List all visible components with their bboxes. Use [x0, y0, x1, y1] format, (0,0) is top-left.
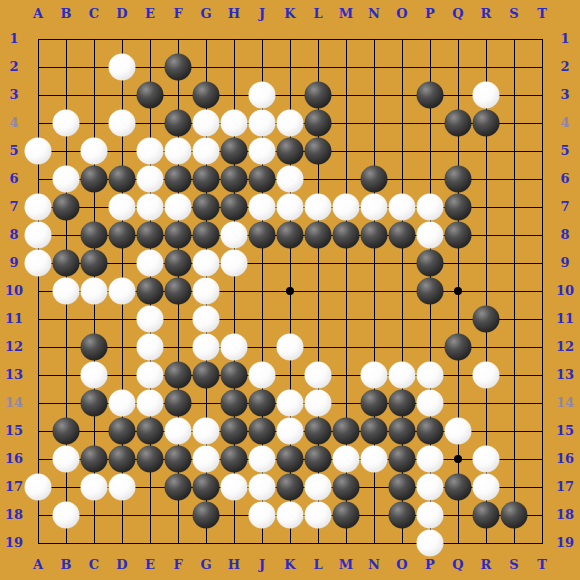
col-label-top-L: L: [313, 7, 322, 21]
white-stone: [25, 474, 52, 501]
black-stone: [417, 418, 444, 445]
row-label-left-9: 9: [9, 256, 18, 270]
col-label-top-B: B: [61, 7, 72, 21]
black-stone: [193, 82, 220, 109]
black-stone: [389, 474, 416, 501]
row-label-left-10: 10: [5, 284, 23, 298]
row-label-right-16: 16: [556, 452, 574, 466]
black-stone: [333, 474, 360, 501]
black-stone: [417, 278, 444, 305]
white-stone: [249, 474, 276, 501]
col-label-top-H: H: [228, 7, 240, 21]
white-stone: [277, 418, 304, 445]
black-stone: [81, 334, 108, 361]
black-stone: [221, 138, 248, 165]
black-stone: [473, 306, 500, 333]
white-stone: [417, 362, 444, 389]
white-stone: [81, 138, 108, 165]
black-stone: [53, 418, 80, 445]
col-label-top-P: P: [425, 7, 435, 21]
black-stone: [109, 446, 136, 473]
row-label-left-18: 18: [5, 508, 23, 522]
white-stone: [109, 278, 136, 305]
white-stone: [389, 194, 416, 221]
white-stone: [277, 390, 304, 417]
row-label-right-5: 5: [560, 144, 569, 158]
white-stone: [53, 110, 80, 137]
white-stone: [333, 446, 360, 473]
black-stone: [473, 502, 500, 529]
white-stone: [193, 334, 220, 361]
white-stone: [473, 446, 500, 473]
white-stone: [53, 502, 80, 529]
white-stone: [53, 166, 80, 193]
row-label-left-19: 19: [5, 536, 23, 550]
col-label-top-S: S: [509, 7, 518, 21]
black-stone: [165, 446, 192, 473]
col-label-bottom-O: O: [396, 558, 407, 572]
white-stone: [361, 194, 388, 221]
white-stone: [361, 362, 388, 389]
col-label-bottom-H: H: [228, 558, 240, 572]
col-label-bottom-G: G: [200, 558, 211, 572]
row-label-right-6: 6: [560, 172, 569, 186]
black-stone: [193, 194, 220, 221]
black-stone: [389, 418, 416, 445]
row-label-right-8: 8: [560, 228, 569, 242]
black-stone: [305, 446, 332, 473]
black-stone: [81, 390, 108, 417]
row-label-right-2: 2: [560, 60, 569, 74]
black-stone: [249, 222, 276, 249]
row-label-left-11: 11: [5, 312, 23, 326]
white-stone: [417, 446, 444, 473]
col-label-bottom-R: R: [481, 558, 492, 572]
black-stone: [193, 474, 220, 501]
row-label-left-1: 1: [9, 32, 18, 46]
black-stone: [221, 194, 248, 221]
white-stone: [305, 362, 332, 389]
white-stone: [137, 390, 164, 417]
col-label-bottom-S: S: [509, 558, 518, 572]
black-stone: [389, 502, 416, 529]
row-label-left-2: 2: [9, 60, 18, 74]
col-label-top-T: T: [537, 7, 547, 21]
white-stone: [25, 222, 52, 249]
row-label-right-7: 7: [560, 200, 569, 214]
white-stone: [193, 278, 220, 305]
col-label-top-M: M: [339, 7, 353, 21]
col-label-bottom-K: K: [284, 558, 295, 572]
white-stone: [193, 306, 220, 333]
black-stone: [165, 362, 192, 389]
black-stone: [109, 222, 136, 249]
col-label-top-F: F: [173, 7, 182, 21]
row-label-left-3: 3: [9, 88, 18, 102]
black-stone: [249, 390, 276, 417]
black-stone: [305, 138, 332, 165]
row-label-right-13: 13: [556, 368, 574, 382]
white-stone: [81, 362, 108, 389]
row-label-left-5: 5: [9, 144, 18, 158]
white-stone: [221, 474, 248, 501]
white-stone: [249, 110, 276, 137]
black-stone: [221, 390, 248, 417]
col-label-top-Q: Q: [452, 7, 463, 21]
col-label-bottom-C: C: [89, 558, 99, 572]
black-stone: [81, 166, 108, 193]
black-stone: [277, 446, 304, 473]
black-stone: [137, 278, 164, 305]
row-label-left-12: 12: [5, 340, 23, 354]
white-stone: [53, 278, 80, 305]
black-stone: [221, 418, 248, 445]
black-stone: [165, 474, 192, 501]
white-stone: [109, 110, 136, 137]
white-stone: [137, 138, 164, 165]
black-stone: [53, 194, 80, 221]
white-stone: [305, 194, 332, 221]
black-stone: [333, 418, 360, 445]
white-stone: [249, 138, 276, 165]
row-label-left-8: 8: [9, 228, 18, 242]
white-stone: [417, 390, 444, 417]
row-label-left-17: 17: [5, 480, 23, 494]
col-label-bottom-F: F: [173, 558, 182, 572]
white-stone: [81, 474, 108, 501]
black-stone: [333, 502, 360, 529]
row-label-right-19: 19: [556, 536, 574, 550]
white-stone: [473, 362, 500, 389]
white-stone: [249, 502, 276, 529]
black-stone: [305, 110, 332, 137]
white-stone: [221, 110, 248, 137]
white-stone: [249, 82, 276, 109]
row-label-right-9: 9: [560, 256, 569, 270]
col-label-top-D: D: [116, 7, 127, 21]
row-label-right-11: 11: [556, 312, 574, 326]
white-stone: [249, 194, 276, 221]
black-stone: [81, 446, 108, 473]
row-label-right-4: 4: [560, 116, 569, 130]
black-stone: [81, 250, 108, 277]
black-stone: [249, 166, 276, 193]
star-point-Q16: [454, 455, 462, 463]
black-stone: [277, 474, 304, 501]
star-point-K10: [286, 287, 294, 295]
black-stone: [193, 222, 220, 249]
white-stone: [137, 306, 164, 333]
black-stone: [137, 446, 164, 473]
black-stone: [445, 222, 472, 249]
white-stone: [305, 474, 332, 501]
black-stone: [361, 390, 388, 417]
white-stone: [417, 502, 444, 529]
row-label-right-12: 12: [556, 340, 574, 354]
col-label-bottom-E: E: [145, 558, 155, 572]
black-stone: [305, 418, 332, 445]
white-stone: [109, 390, 136, 417]
black-stone: [305, 222, 332, 249]
white-stone: [193, 418, 220, 445]
col-label-bottom-N: N: [368, 558, 380, 572]
black-stone: [109, 166, 136, 193]
white-stone: [53, 446, 80, 473]
black-stone: [193, 502, 220, 529]
white-stone: [193, 250, 220, 277]
col-label-top-O: O: [396, 7, 407, 21]
black-stone: [417, 82, 444, 109]
star-point-Q10: [454, 287, 462, 295]
white-stone: [81, 278, 108, 305]
black-stone: [193, 166, 220, 193]
white-stone: [221, 250, 248, 277]
col-label-top-N: N: [368, 7, 380, 21]
white-stone: [25, 194, 52, 221]
black-stone: [221, 166, 248, 193]
white-stone: [193, 446, 220, 473]
black-stone: [361, 222, 388, 249]
white-stone: [417, 194, 444, 221]
col-label-top-E: E: [145, 7, 155, 21]
black-stone: [445, 334, 472, 361]
row-label-left-13: 13: [5, 368, 23, 382]
black-stone: [165, 166, 192, 193]
black-stone: [473, 110, 500, 137]
row-label-right-18: 18: [556, 508, 574, 522]
row-label-right-1: 1: [560, 32, 569, 46]
black-stone: [501, 502, 528, 529]
black-stone: [305, 82, 332, 109]
row-label-left-16: 16: [5, 452, 23, 466]
white-stone: [277, 334, 304, 361]
black-stone: [165, 54, 192, 81]
white-stone: [25, 138, 52, 165]
black-stone: [445, 166, 472, 193]
col-label-bottom-A: A: [33, 558, 43, 572]
black-stone: [53, 250, 80, 277]
white-stone: [305, 390, 332, 417]
white-stone: [417, 530, 444, 557]
black-stone: [81, 222, 108, 249]
row-label-right-14: 14: [556, 396, 574, 410]
black-stone: [165, 278, 192, 305]
col-label-top-J: J: [259, 7, 265, 21]
white-stone: [249, 362, 276, 389]
white-stone: [193, 138, 220, 165]
col-label-top-K: K: [284, 7, 295, 21]
white-stone: [165, 418, 192, 445]
black-stone: [361, 418, 388, 445]
col-label-top-C: C: [89, 7, 99, 21]
white-stone: [417, 222, 444, 249]
white-stone: [473, 82, 500, 109]
white-stone: [165, 138, 192, 165]
black-stone: [277, 222, 304, 249]
black-stone: [165, 222, 192, 249]
white-stone: [137, 166, 164, 193]
col-label-bottom-B: B: [61, 558, 72, 572]
white-stone: [109, 54, 136, 81]
col-label-bottom-Q: Q: [452, 558, 463, 572]
black-stone: [445, 110, 472, 137]
white-stone: [137, 362, 164, 389]
row-label-left-15: 15: [5, 424, 23, 438]
col-label-top-A: A: [33, 7, 43, 21]
row-label-left-6: 6: [9, 172, 18, 186]
black-stone: [417, 250, 444, 277]
white-stone: [137, 250, 164, 277]
black-stone: [445, 474, 472, 501]
white-stone: [193, 110, 220, 137]
black-stone: [109, 418, 136, 445]
black-stone: [361, 166, 388, 193]
black-stone: [137, 222, 164, 249]
white-stone: [361, 446, 388, 473]
white-stone: [109, 474, 136, 501]
white-stone: [249, 446, 276, 473]
black-stone: [137, 82, 164, 109]
white-stone: [445, 418, 472, 445]
black-stone: [249, 418, 276, 445]
col-label-bottom-D: D: [116, 558, 127, 572]
black-stone: [165, 390, 192, 417]
white-stone: [305, 502, 332, 529]
col-label-bottom-T: T: [537, 558, 547, 572]
white-stone: [473, 474, 500, 501]
white-stone: [277, 166, 304, 193]
white-stone: [277, 194, 304, 221]
black-stone: [221, 362, 248, 389]
black-stone: [137, 418, 164, 445]
white-stone: [389, 362, 416, 389]
white-stone: [25, 250, 52, 277]
black-stone: [277, 138, 304, 165]
white-stone: [165, 194, 192, 221]
white-stone: [221, 334, 248, 361]
row-label-left-4: 4: [9, 116, 18, 130]
black-stone: [389, 222, 416, 249]
black-stone: [165, 250, 192, 277]
black-stone: [389, 446, 416, 473]
black-stone: [445, 194, 472, 221]
black-stone: [165, 110, 192, 137]
black-stone: [221, 446, 248, 473]
row-label-left-7: 7: [9, 200, 18, 214]
col-label-bottom-J: J: [259, 558, 265, 572]
row-label-right-3: 3: [560, 88, 569, 102]
go-board-screenshot: AABBCCDDEEFFGGHHJJKKLLMMNNOOPPQQRRSSTT11…: [0, 0, 580, 580]
white-stone: [221, 222, 248, 249]
black-stone: [193, 362, 220, 389]
col-label-bottom-L: L: [313, 558, 322, 572]
white-stone: [417, 474, 444, 501]
col-label-bottom-M: M: [339, 558, 353, 572]
white-stone: [137, 334, 164, 361]
row-label-right-17: 17: [556, 480, 574, 494]
white-stone: [277, 110, 304, 137]
col-label-top-R: R: [481, 7, 492, 21]
row-label-left-14: 14: [5, 396, 23, 410]
col-label-top-G: G: [200, 7, 211, 21]
row-label-right-10: 10: [556, 284, 574, 298]
white-stone: [333, 194, 360, 221]
col-label-bottom-P: P: [425, 558, 435, 572]
white-stone: [277, 502, 304, 529]
black-stone: [333, 222, 360, 249]
row-label-right-15: 15: [556, 424, 574, 438]
white-stone: [137, 194, 164, 221]
white-stone: [109, 194, 136, 221]
black-stone: [389, 390, 416, 417]
